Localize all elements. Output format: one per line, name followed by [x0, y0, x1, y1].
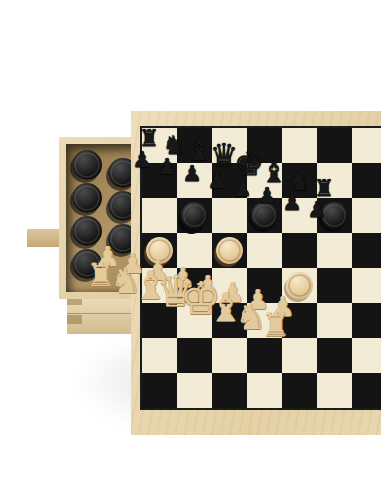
board-square: [317, 268, 352, 303]
board-square: [142, 303, 177, 338]
board-square: [212, 163, 247, 198]
draughts-piece-dark: [181, 202, 208, 229]
board-square: [142, 198, 177, 233]
board-square: [352, 163, 381, 198]
board-square: [142, 128, 177, 163]
board-square: [212, 303, 247, 338]
board-square: [142, 268, 177, 303]
draughts-piece-light: [286, 272, 313, 299]
board-square: [247, 268, 282, 303]
board-square: [177, 233, 212, 268]
board-square: [282, 338, 317, 373]
board-square: [177, 303, 212, 338]
board-square: [177, 163, 212, 198]
board-square: [352, 268, 381, 303]
board-square: [352, 233, 381, 268]
board-square: [142, 338, 177, 373]
board-square: [212, 268, 247, 303]
board-square: [352, 128, 381, 163]
board-square: [317, 128, 352, 163]
board-square: [177, 128, 212, 163]
board-square: [352, 198, 381, 233]
board-square: [352, 338, 381, 373]
draughts-piece-light: [146, 237, 173, 264]
product-photo-scene: ♜♞♝♛♚♝♞♜♟♟♟♟♟♟♟♟♟♟♟♟♟♟♟♟♜♞♝♛♚♝♞♜: [0, 0, 381, 492]
draughts-piece-dark: [321, 202, 348, 229]
board-square: [212, 198, 247, 233]
board-square: [247, 338, 282, 373]
board-square: [247, 128, 282, 163]
board-square: [317, 338, 352, 373]
draughts-piece-dark: [72, 150, 102, 180]
board-square: [247, 303, 282, 338]
board-square: [177, 373, 212, 408]
draughts-piece-dark: [72, 183, 102, 213]
board-square: [282, 163, 317, 198]
board-square: [317, 233, 352, 268]
draughts-piece-dark: [72, 249, 102, 279]
board-square: [247, 163, 282, 198]
board-square: [247, 233, 282, 268]
board-square: [142, 373, 177, 408]
board-square: [282, 198, 317, 233]
board-square: [317, 303, 352, 338]
board-square: [212, 128, 247, 163]
board-square: [177, 338, 212, 373]
board-square: [212, 338, 247, 373]
draughts-piece-dark: [72, 216, 102, 246]
board-square: [177, 268, 212, 303]
board-square: [282, 233, 317, 268]
board-square: [282, 128, 317, 163]
board-square: [142, 163, 177, 198]
board-square: [247, 373, 282, 408]
board-square: [282, 303, 317, 338]
draughts-piece-dark: [251, 202, 278, 229]
board-square: [352, 303, 381, 338]
board-square: [317, 373, 352, 408]
board-square: [352, 373, 381, 408]
chess-board: [142, 128, 381, 408]
board-square: [282, 373, 317, 408]
board-square: [212, 373, 247, 408]
board-square: [317, 163, 352, 198]
draughts-piece-light: [216, 237, 243, 264]
